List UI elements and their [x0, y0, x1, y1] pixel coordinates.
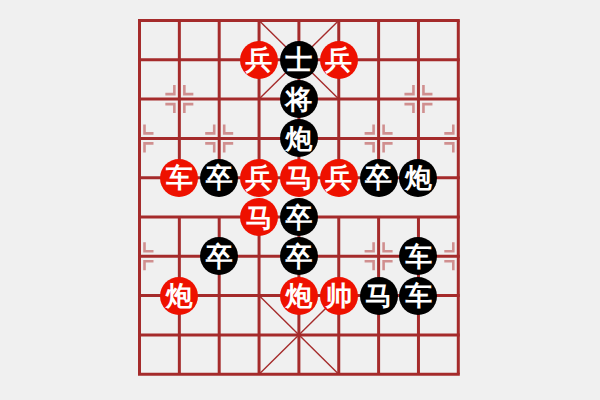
piece-black-chariot[interactable]: 车 [399, 237, 437, 275]
piece-red-horse[interactable]: 马 [240, 198, 278, 236]
piece-black-cannon[interactable]: 炮 [280, 119, 318, 157]
screenshot-root: { "game": "xiangqi", "position": { "fen"… [0, 0, 600, 400]
piece-black-soldier[interactable]: 卒 [200, 159, 238, 197]
piece-red-soldier[interactable]: 兵 [240, 41, 278, 79]
piece-black-soldier[interactable]: 卒 [200, 237, 238, 275]
xiangqi-diagram: 兵士兵将炮车卒兵马兵卒炮马卒卒卒车炮炮帅马车 [0, 0, 600, 400]
piece-black-cannon[interactable]: 炮 [399, 159, 437, 197]
piece-black-advisor[interactable]: 士 [280, 41, 318, 79]
piece-red-cannon[interactable]: 炮 [280, 277, 318, 315]
piece-black-general[interactable]: 将 [280, 80, 318, 118]
piece-black-soldier[interactable]: 卒 [280, 237, 318, 275]
piece-red-general[interactable]: 帅 [320, 277, 358, 315]
piece-black-horse[interactable]: 马 [360, 277, 398, 315]
piece-red-cannon[interactable]: 炮 [160, 277, 198, 315]
piece-red-soldier[interactable]: 兵 [240, 159, 278, 197]
piece-red-chariot[interactable]: 车 [160, 159, 198, 197]
piece-red-horse[interactable]: 马 [280, 159, 318, 197]
piece-black-soldier[interactable]: 卒 [360, 159, 398, 197]
piece-black-chariot[interactable]: 车 [399, 277, 437, 315]
piece-black-soldier[interactable]: 卒 [280, 198, 318, 236]
piece-red-soldier[interactable]: 兵 [320, 159, 358, 197]
xiangqi-board: 兵士兵将炮车卒兵马兵卒炮马卒卒卒车炮炮帅马车 [120, 1, 479, 394]
piece-red-soldier[interactable]: 兵 [320, 41, 358, 79]
